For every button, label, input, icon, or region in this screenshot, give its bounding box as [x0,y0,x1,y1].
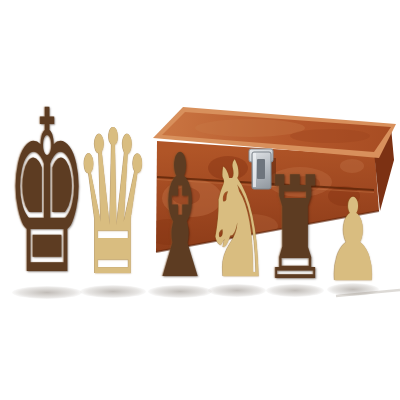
product-photo: ♚ ♛ ♝ ♞ ♜ ♟ [0,0,400,400]
chess-piece-light-knight: ♞ [203,141,270,301]
chess-piece-dark-rook: ♜ [263,158,327,300]
chess-piece-light-queen: ♛ [74,104,151,304]
chess-piece-light-pawn: ♟ [325,184,381,298]
